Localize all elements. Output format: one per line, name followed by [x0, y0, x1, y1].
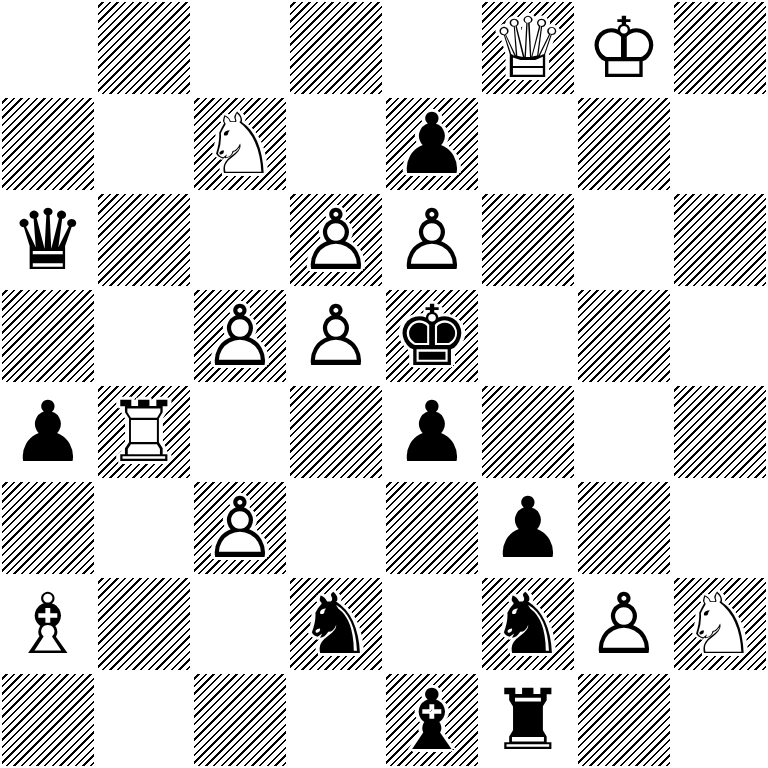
chess-board: ♛♕♚♔♞♘♟♟♛♛♟♙♟♙♟♙♟♙♚♚♟♟♜♖♟♟♟♙♟♟♝♗♞♞♞♞♟♙♞♘…: [0, 0, 768, 768]
black-knight-glyph: ♞: [288, 576, 384, 672]
square-h4[interactable]: [672, 384, 768, 480]
square-f6[interactable]: [480, 192, 576, 288]
black-pawn-glyph: ♟: [384, 384, 480, 480]
white-pawn[interactable]: ♟♙: [192, 480, 288, 576]
white-pawn[interactable]: ♟♙: [192, 288, 288, 384]
black-rook[interactable]: ♜♜: [480, 672, 576, 768]
square-b1[interactable]: [96, 672, 192, 768]
white-pawn[interactable]: ♟♙: [288, 192, 384, 288]
square-c4[interactable]: [192, 384, 288, 480]
black-pawn[interactable]: ♟♟: [0, 384, 96, 480]
black-queen-glyph: ♛: [0, 192, 96, 288]
square-d2[interactable]: ♞♞: [288, 576, 384, 672]
square-b8[interactable]: [96, 0, 192, 96]
white-knight[interactable]: ♞♘: [192, 96, 288, 192]
square-d4[interactable]: [288, 384, 384, 480]
square-e7[interactable]: ♟♟: [384, 96, 480, 192]
square-h2[interactable]: ♞♘: [672, 576, 768, 672]
square-b5[interactable]: [96, 288, 192, 384]
square-d8[interactable]: [288, 0, 384, 96]
square-h7[interactable]: [672, 96, 768, 192]
white-pawn-glyph: ♙: [576, 576, 672, 672]
square-a8[interactable]: [0, 0, 96, 96]
white-bishop[interactable]: ♝♗: [0, 576, 96, 672]
square-g1[interactable]: [576, 672, 672, 768]
square-c2[interactable]: [192, 576, 288, 672]
black-queen[interactable]: ♛♛: [0, 192, 96, 288]
white-bishop-glyph: ♗: [0, 576, 96, 672]
square-d3[interactable]: [288, 480, 384, 576]
white-knight[interactable]: ♞♘: [672, 576, 768, 672]
square-g6[interactable]: [576, 192, 672, 288]
square-h8[interactable]: [672, 0, 768, 96]
square-g7[interactable]: [576, 96, 672, 192]
black-pawn-glyph: ♟: [0, 384, 96, 480]
square-c5[interactable]: ♟♙: [192, 288, 288, 384]
square-f1[interactable]: ♜♜: [480, 672, 576, 768]
white-king-glyph: ♔: [576, 0, 672, 96]
white-pawn[interactable]: ♟♙: [576, 576, 672, 672]
black-rook-glyph: ♜: [480, 672, 576, 768]
square-h1[interactable]: [672, 672, 768, 768]
square-b4[interactable]: ♜♖: [96, 384, 192, 480]
square-d5[interactable]: ♟♙: [288, 288, 384, 384]
square-d7[interactable]: [288, 96, 384, 192]
white-pawn-glyph: ♙: [384, 192, 480, 288]
white-knight-glyph: ♘: [672, 576, 768, 672]
square-e6[interactable]: ♟♙: [384, 192, 480, 288]
black-king-glyph: ♚: [384, 288, 480, 384]
black-pawn-glyph: ♟: [480, 480, 576, 576]
black-king[interactable]: ♚♚: [384, 288, 480, 384]
square-h6[interactable]: [672, 192, 768, 288]
black-knight[interactable]: ♞♞: [288, 576, 384, 672]
square-f8[interactable]: ♛♕: [480, 0, 576, 96]
square-e5[interactable]: ♚♚: [384, 288, 480, 384]
black-bishop-glyph: ♝: [384, 672, 480, 768]
square-c1[interactable]: [192, 672, 288, 768]
black-knight-glyph: ♞: [480, 576, 576, 672]
white-queen-glyph: ♕: [480, 0, 576, 96]
square-d1[interactable]: [288, 672, 384, 768]
black-pawn-glyph: ♟: [384, 96, 480, 192]
white-rook[interactable]: ♜♖: [96, 384, 192, 480]
white-pawn-glyph: ♙: [192, 288, 288, 384]
black-knight[interactable]: ♞♞: [480, 576, 576, 672]
white-king[interactable]: ♚♔: [576, 0, 672, 96]
white-knight-glyph: ♘: [192, 96, 288, 192]
white-pawn-glyph: ♙: [288, 192, 384, 288]
square-g2[interactable]: ♟♙: [576, 576, 672, 672]
square-a6[interactable]: ♛♛: [0, 192, 96, 288]
square-c3[interactable]: ♟♙: [192, 480, 288, 576]
square-f7[interactable]: [480, 96, 576, 192]
square-g4[interactable]: [576, 384, 672, 480]
square-b7[interactable]: [96, 96, 192, 192]
square-f5[interactable]: [480, 288, 576, 384]
white-queen[interactable]: ♛♕: [480, 0, 576, 96]
white-pawn-glyph: ♙: [288, 288, 384, 384]
square-c6[interactable]: [192, 192, 288, 288]
square-e3[interactable]: [384, 480, 480, 576]
black-bishop[interactable]: ♝♝: [384, 672, 480, 768]
white-pawn-glyph: ♙: [192, 480, 288, 576]
black-pawn[interactable]: ♟♟: [384, 384, 480, 480]
square-f2[interactable]: ♞♞: [480, 576, 576, 672]
square-h3[interactable]: [672, 480, 768, 576]
black-pawn[interactable]: ♟♟: [480, 480, 576, 576]
square-a2[interactable]: ♝♗: [0, 576, 96, 672]
square-e4[interactable]: ♟♟: [384, 384, 480, 480]
square-e1[interactable]: ♝♝: [384, 672, 480, 768]
square-a7[interactable]: [0, 96, 96, 192]
chess-diagram: ♛♕♚♔♞♘♟♟♛♛♟♙♟♙♟♙♟♙♚♚♟♟♜♖♟♟♟♙♟♟♝♗♞♞♞♞♟♙♞♘…: [0, 0, 768, 768]
square-b2[interactable]: [96, 576, 192, 672]
square-b6[interactable]: [96, 192, 192, 288]
square-a5[interactable]: [0, 288, 96, 384]
square-a1[interactable]: [0, 672, 96, 768]
square-e2[interactable]: [384, 576, 480, 672]
square-g5[interactable]: [576, 288, 672, 384]
white-rook-glyph: ♖: [96, 384, 192, 480]
white-pawn[interactable]: ♟♙: [384, 192, 480, 288]
square-a4[interactable]: ♟♟: [0, 384, 96, 480]
square-h5[interactable]: [672, 288, 768, 384]
square-g3[interactable]: [576, 480, 672, 576]
white-pawn[interactable]: ♟♙: [288, 288, 384, 384]
square-f3[interactable]: ♟♟: [480, 480, 576, 576]
square-a3[interactable]: [0, 480, 96, 576]
square-c8[interactable]: [192, 0, 288, 96]
black-pawn[interactable]: ♟♟: [384, 96, 480, 192]
square-e8[interactable]: [384, 0, 480, 96]
square-c7[interactable]: ♞♘: [192, 96, 288, 192]
square-d6[interactable]: ♟♙: [288, 192, 384, 288]
square-b3[interactable]: [96, 480, 192, 576]
square-g8[interactable]: ♚♔: [576, 0, 672, 96]
square-f4[interactable]: [480, 384, 576, 480]
